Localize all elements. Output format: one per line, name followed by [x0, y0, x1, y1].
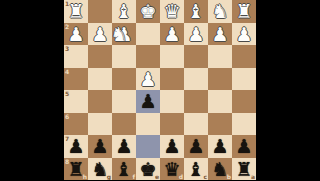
square-h8[interactable]: 8h♜ — [64, 158, 88, 181]
square-c3[interactable] — [184, 45, 208, 68]
piece-white-pawn[interactable]: ♟ — [136, 68, 160, 91]
left-black-margin — [0, 0, 64, 180]
file-label-a: a — [251, 173, 255, 180]
file-label-f: f — [132, 173, 135, 180]
rank-label-8: 8 — [65, 158, 69, 165]
piece-black-pawn[interactable]: ♟ — [160, 135, 184, 158]
piece-black-pawn[interactable]: ♟ — [208, 135, 232, 158]
file-label-b: b — [227, 173, 231, 180]
piece-black-pawn[interactable]: ♟ — [232, 135, 256, 158]
square-e5[interactable]: ♟ — [136, 90, 160, 113]
square-h7[interactable]: 7♟ — [64, 135, 88, 158]
square-d2[interactable]: ♟ — [160, 23, 184, 46]
square-e1[interactable]: ♚ — [136, 0, 160, 23]
square-g7[interactable]: ♟ — [88, 135, 112, 158]
square-c5[interactable] — [184, 90, 208, 113]
chess-app-window: 1♜♝♚♛♝♞♜2♟♟♟♟♟♟♟34♟5♟67♟♟♟♟♟♟♟8h♜g♞f♝e♚d… — [0, 0, 320, 180]
square-h4[interactable]: 4 — [64, 68, 88, 91]
square-d8[interactable]: d♛ — [160, 158, 184, 181]
square-b3[interactable] — [208, 45, 232, 68]
piece-white-rook[interactable]: ♜ — [232, 0, 256, 23]
square-h5[interactable]: 5 — [64, 90, 88, 113]
rank-label-2: 2 — [65, 23, 69, 30]
square-b8[interactable]: b♞ — [208, 158, 232, 181]
square-f5[interactable] — [112, 90, 136, 113]
rank-label-6: 6 — [65, 113, 69, 120]
piece-white-pawn[interactable]: ♟ — [232, 23, 256, 46]
piece-white-queen[interactable]: ♛ — [160, 0, 184, 23]
square-a6[interactable] — [232, 113, 256, 136]
piece-black-pawn[interactable]: ♟ — [136, 90, 160, 113]
square-a4[interactable] — [232, 68, 256, 91]
chess-board[interactable]: 1♜♝♚♛♝♞♜2♟♟♟♟♟♟♟34♟5♟67♟♟♟♟♟♟♟8h♜g♞f♝e♚d… — [64, 0, 256, 180]
square-h6[interactable]: 6 — [64, 113, 88, 136]
file-label-h: h — [83, 173, 87, 180]
square-g5[interactable] — [88, 90, 112, 113]
rank-label-3: 3 — [65, 45, 69, 52]
square-f3[interactable] — [112, 45, 136, 68]
square-b4[interactable] — [208, 68, 232, 91]
square-f4[interactable] — [112, 68, 136, 91]
file-label-d: d — [179, 173, 183, 180]
square-f8[interactable]: f♝ — [112, 158, 136, 181]
square-d3[interactable] — [160, 45, 184, 68]
square-h3[interactable]: 3 — [64, 45, 88, 68]
piece-black-pawn[interactable]: ♟ — [88, 135, 112, 158]
square-b2[interactable]: ♟ — [208, 23, 232, 46]
square-h2[interactable]: 2♟ — [64, 23, 88, 46]
square-b5[interactable] — [208, 90, 232, 113]
square-c8[interactable]: c♝ — [184, 158, 208, 181]
animating-white-knight-g1-to-f3[interactable]: ♞ — [107, 23, 131, 46]
square-a5[interactable] — [232, 90, 256, 113]
square-b1[interactable]: ♞ — [208, 0, 232, 23]
piece-black-pawn[interactable]: ♟ — [112, 135, 136, 158]
piece-white-bishop[interactable]: ♝ — [184, 0, 208, 23]
square-c6[interactable] — [184, 113, 208, 136]
square-d6[interactable] — [160, 113, 184, 136]
square-d5[interactable] — [160, 90, 184, 113]
square-c2[interactable]: ♟ — [184, 23, 208, 46]
square-h1[interactable]: 1♜ — [64, 0, 88, 23]
square-f6[interactable] — [112, 113, 136, 136]
square-a7[interactable]: ♟ — [232, 135, 256, 158]
file-label-e: e — [155, 173, 159, 180]
rank-label-7: 7 — [65, 135, 69, 142]
square-e2[interactable] — [136, 23, 160, 46]
square-d1[interactable]: ♛ — [160, 0, 184, 23]
square-g6[interactable] — [88, 113, 112, 136]
piece-white-pawn[interactable]: ♟ — [184, 23, 208, 46]
square-a8[interactable]: a♜ — [232, 158, 256, 181]
square-g1[interactable] — [88, 0, 112, 23]
square-e7[interactable] — [136, 135, 160, 158]
piece-white-pawn[interactable]: ♟ — [208, 23, 232, 46]
square-c4[interactable] — [184, 68, 208, 91]
piece-white-king[interactable]: ♚ — [136, 0, 160, 23]
square-e6[interactable] — [136, 113, 160, 136]
square-e4[interactable]: ♟ — [136, 68, 160, 91]
square-d4[interactable] — [160, 68, 184, 91]
square-a3[interactable] — [232, 45, 256, 68]
square-g3[interactable] — [88, 45, 112, 68]
rank-label-4: 4 — [65, 68, 69, 75]
square-e8[interactable]: e♚ — [136, 158, 160, 181]
piece-black-pawn[interactable]: ♟ — [184, 135, 208, 158]
file-label-c: c — [203, 173, 207, 180]
square-b6[interactable] — [208, 113, 232, 136]
square-g4[interactable] — [88, 68, 112, 91]
square-e3[interactable] — [136, 45, 160, 68]
right-black-margin — [256, 0, 320, 180]
square-d7[interactable]: ♟ — [160, 135, 184, 158]
square-f7[interactable]: ♟ — [112, 135, 136, 158]
file-label-g: g — [107, 173, 111, 180]
square-b7[interactable]: ♟ — [208, 135, 232, 158]
piece-white-knight[interactable]: ♞ — [208, 0, 232, 23]
piece-white-bishop[interactable]: ♝ — [112, 0, 136, 23]
square-f1[interactable]: ♝ — [112, 0, 136, 23]
square-c7[interactable]: ♟ — [184, 135, 208, 158]
square-g8[interactable]: g♞ — [88, 158, 112, 181]
square-c1[interactable]: ♝ — [184, 0, 208, 23]
square-a2[interactable]: ♟ — [232, 23, 256, 46]
rank-label-5: 5 — [65, 90, 69, 97]
piece-white-pawn[interactable]: ♟ — [160, 23, 184, 46]
square-a1[interactable]: ♜ — [232, 0, 256, 23]
rank-label-1: 1 — [65, 0, 69, 7]
